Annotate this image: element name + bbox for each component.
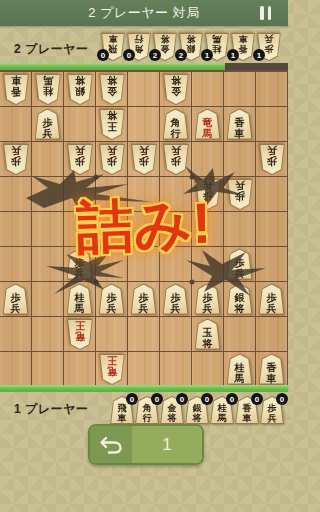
control-bar: 1 [88,424,204,465]
board-cell[interactable] [0,107,32,142]
board-cell[interactable] [128,72,160,107]
tray-slot-香車[interactable]: 香車1 [231,33,255,61]
undo-button[interactable] [90,426,132,463]
undo-arrow-icon [99,435,123,455]
board-cell[interactable]: 金将 [160,72,192,107]
koma-香車[interactable]: 香車 [259,354,285,385]
koma-香車[interactable]: 香車 [3,74,29,105]
board-cell[interactable]: 桂馬 [224,352,256,387]
koma-桂馬[interactable]: 桂馬 [227,354,253,385]
pause-button[interactable] [260,6,274,20]
player1-capture-tray: 飛車0角行0金将0銀将0桂馬0香車0歩兵0 [110,396,284,424]
capture-count-badge: 0 [97,49,109,61]
koma-竜馬[interactable]: 竜馬 [195,109,221,140]
pause-icon [268,6,272,20]
koma-歩兵[interactable]: 歩兵 [35,109,61,140]
spike-burst-icon [186,250,266,296]
player1-timer-fill [0,385,288,392]
board-cell[interactable]: 歩兵 [256,142,288,177]
board-cell[interactable]: 竜馬 [192,107,224,142]
top-bar: 2 プレーヤー 対局 [0,0,288,26]
player2-capture-tray: 飛車0角行0金将2銀将2桂馬1香車1歩兵1 [101,33,281,61]
board-cell[interactable] [96,317,128,352]
koma-角行[interactable]: 角行 [163,109,189,140]
board-cell[interactable]: 竜王 [96,352,128,387]
capture-count-badge: 0 [123,49,135,61]
board-cell[interactable] [256,317,288,352]
player1-label: 1 プレーヤー [14,401,88,418]
board-cell[interactable]: 香車 [0,72,32,107]
page-title: 2 プレーヤー 対局 [88,4,199,22]
board-cell[interactable] [256,107,288,142]
board-cell[interactable] [32,317,64,352]
board-cell[interactable] [0,317,32,352]
capture-count-badge: 2 [149,49,161,61]
capture-count-badge: 0 [151,393,163,405]
tray-slot-歩兵[interactable]: 歩兵1 [257,33,281,61]
player2-timer-fill [0,63,225,70]
board-cell[interactable]: 金将 [96,72,128,107]
board-cell[interactable]: 玉将 [192,317,224,352]
board-cell[interactable]: 竜王 [64,317,96,352]
player2-timer-bar [0,63,288,70]
koma-竜王[interactable]: 竜王 [67,319,93,350]
koma-王将[interactable]: 王将 [99,109,125,140]
board-cell[interactable] [64,107,96,142]
tray-slot-金将[interactable]: 金将2 [153,33,177,61]
tray-slot-桂馬[interactable]: 桂馬1 [205,33,229,61]
checkmate-banner: 詰み! [0,192,288,259]
capture-count-badge: 0 [126,393,138,405]
player1-timer-bar [0,385,288,392]
capture-count-badge: 0 [226,393,238,405]
board-cell[interactable] [0,352,32,387]
tray-slot-香車[interactable]: 香車0 [235,396,259,424]
tray-slot-角行[interactable]: 角行0 [135,396,159,424]
koma-竜王[interactable]: 竜王 [99,354,125,385]
board-cell[interactable]: 桂馬 [32,72,64,107]
board-cell[interactable] [192,352,224,387]
board-cell[interactable]: 角行 [160,107,192,142]
board-cell[interactable] [32,352,64,387]
tray-slot-桂馬[interactable]: 桂馬0 [210,396,234,424]
capture-count-badge: 0 [201,393,213,405]
capture-count-badge: 0 [251,393,263,405]
koma-歩兵[interactable]: 歩兵 [3,284,29,315]
board-cell[interactable]: 香車 [224,107,256,142]
player2-label: 2 プレーヤー [14,41,88,58]
koma-香車[interactable]: 香車 [227,109,253,140]
tray-slot-飛車[interactable]: 飛車0 [101,33,125,61]
capture-count-badge: 2 [175,49,187,61]
koma-玉将[interactable]: 玉将 [195,319,221,350]
tray-slot-飛車[interactable]: 飛車0 [110,396,134,424]
board-cell[interactable] [128,107,160,142]
koma-歩兵[interactable]: 歩兵 [259,144,285,175]
koma-歩兵[interactable]: 歩兵 [163,284,189,315]
board-cell[interactable]: 王将 [96,107,128,142]
koma-銀将[interactable]: 銀将 [67,74,93,105]
board-cell[interactable]: 歩兵 [128,282,160,317]
capture-count-badge: 0 [176,393,188,405]
tray-slot-歩兵[interactable]: 歩兵0 [260,396,284,424]
board-cell[interactable] [224,317,256,352]
board-cell[interactable] [64,352,96,387]
board-cell[interactable] [128,352,160,387]
koma-金将[interactable]: 金将 [163,74,189,105]
koma-金将[interactable]: 金将 [99,74,125,105]
board-cell[interactable] [160,317,192,352]
capture-count-badge: 0 [276,393,288,405]
board-cell[interactable] [224,72,256,107]
board-cell[interactable]: 銀将 [64,72,96,107]
capture-count-badge: 1 [201,49,213,61]
board-cell[interactable]: 歩兵 [32,107,64,142]
koma-歩兵[interactable]: 歩兵 [3,144,29,175]
tray-slot-金将[interactable]: 金将0 [160,396,184,424]
move-count: 1 [162,435,171,455]
koma-歩兵[interactable]: 歩兵 [131,284,157,315]
move-count-segment[interactable]: 1 [132,426,202,463]
capture-count-badge: 1 [253,49,265,61]
board-cell[interactable] [128,317,160,352]
koma-桂馬[interactable]: 桂馬 [35,74,61,105]
board-cell[interactable]: 香車 [256,352,288,387]
tray-slot-銀将[interactable]: 銀将0 [185,396,209,424]
board-cell[interactable] [160,352,192,387]
tray-slot-角行[interactable]: 角行0 [127,33,151,61]
tray-slot-銀将[interactable]: 銀将2 [179,33,203,61]
board-cell[interactable] [256,72,288,107]
pause-icon [260,6,264,20]
capture-count-badge: 1 [227,49,239,61]
board-cell[interactable]: 歩兵 [0,282,32,317]
board-cell[interactable] [192,72,224,107]
